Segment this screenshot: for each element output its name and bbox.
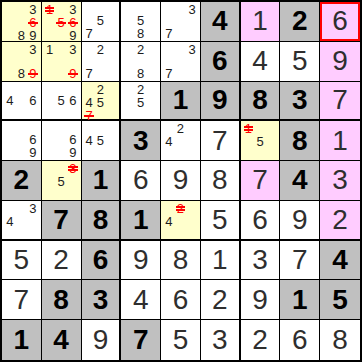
solved-digit: 5 xyxy=(292,47,308,75)
solved-digit: 6 xyxy=(292,326,308,354)
cell-r6c7[interactable]: 6 xyxy=(241,201,281,241)
cell-r7c9[interactable]: 4 xyxy=(320,241,360,281)
cell-r1c2[interactable]: 13569 xyxy=(42,2,82,42)
given-digit: 3 xyxy=(133,127,149,155)
cell-r7c6[interactable]: 1 xyxy=(201,241,241,281)
given-digit: 1 xyxy=(133,206,149,234)
cell-r1c9-selected[interactable]: 6 xyxy=(320,2,360,42)
pencil-mark-5-eliminated: 5 xyxy=(55,16,67,29)
solved-digit: 6 xyxy=(252,206,268,234)
pencil-marks: 46 xyxy=(4,83,39,119)
given-digit: 9 xyxy=(212,86,228,114)
solved-digit: 3 xyxy=(332,166,348,194)
pencil-marks: 69 xyxy=(4,122,39,159)
solved-digit: 4 xyxy=(252,47,268,75)
cell-r2c1[interactable]: 389 xyxy=(2,42,42,82)
cell-r2c6[interactable]: 6 xyxy=(201,42,241,82)
cell-r4c2[interactable]: 69 xyxy=(42,121,82,161)
cell-r7c2[interactable]: 2 xyxy=(42,241,82,281)
cell-r1c8[interactable]: 2 xyxy=(280,2,320,42)
pencil-mark-9: 9 xyxy=(27,146,39,159)
pencil-mark-3: 3 xyxy=(186,43,198,56)
pencil-mark-8: 8 xyxy=(135,67,147,80)
given-digit: 4 xyxy=(53,326,69,354)
cell-r1c6[interactable]: 4 xyxy=(201,2,241,42)
cell-r3c2[interactable]: 56 xyxy=(42,82,82,122)
cell-r8c3[interactable]: 3 xyxy=(82,280,122,320)
pencil-mark-9: 9 xyxy=(67,146,79,159)
pencil-mark-7: 7 xyxy=(84,67,95,80)
given-digit: 8 xyxy=(53,286,69,314)
pencil-mark-3-eliminated: 3 xyxy=(67,162,79,175)
given-digit: 3 xyxy=(292,86,308,114)
cell-r5c8[interactable]: 4 xyxy=(280,161,320,201)
solved-digit: 1 xyxy=(332,127,348,155)
pencil-marks: 3689 xyxy=(4,3,39,40)
given-digit: 5 xyxy=(332,286,348,314)
pencil-marks: 35 xyxy=(44,162,79,199)
cell-r7c1[interactable]: 5 xyxy=(2,241,42,281)
pencil-marks: 389 xyxy=(4,43,39,80)
cell-r9c2[interactable]: 4 xyxy=(42,320,82,360)
pencil-mark-8: 8 xyxy=(16,29,28,42)
solved-digit: 7 xyxy=(252,166,268,194)
cell-r5c7[interactable]: 7 xyxy=(241,161,281,201)
pencil-mark-7: 7 xyxy=(163,27,175,40)
cell-r1c7[interactable]: 1 xyxy=(241,2,281,42)
given-digit: 1 xyxy=(173,86,189,114)
pencil-marks: 25 xyxy=(123,83,158,119)
given-digit: 8 xyxy=(93,206,109,234)
pencil-mark-5: 5 xyxy=(55,175,67,188)
cell-r6c2[interactable]: 7 xyxy=(42,201,82,241)
cell-r2c8[interactable]: 5 xyxy=(280,42,320,82)
cell-r3c4[interactable]: 25 xyxy=(121,82,161,122)
pencil-mark-3: 3 xyxy=(67,43,79,56)
cell-r4c1[interactable]: 69 xyxy=(2,121,42,161)
pencil-mark-5: 5 xyxy=(95,134,106,147)
cell-r4c5[interactable]: 24 xyxy=(161,121,201,161)
cell-r7c4[interactable]: 9 xyxy=(121,241,161,281)
pencil-mark-2: 2 xyxy=(95,83,106,96)
cell-r5c9[interactable]: 3 xyxy=(320,161,360,201)
solved-digit: 9 xyxy=(173,166,189,194)
pencil-marks: 57 xyxy=(84,3,118,40)
pencil-mark-1-eliminated: 1 xyxy=(44,3,56,16)
pencil-mark-3: 3 xyxy=(186,3,198,16)
cell-r2c9[interactable]: 9 xyxy=(320,42,360,82)
cell-r3c5[interactable]: 1 xyxy=(161,82,201,122)
cell-r7c5[interactable]: 8 xyxy=(161,241,201,281)
solved-digit: 7 xyxy=(14,286,30,314)
cell-r8c5[interactable]: 6 xyxy=(161,280,201,320)
given-digit: 8 xyxy=(292,127,308,155)
solved-digit: 7 xyxy=(212,127,228,155)
pencil-marks: 2457 xyxy=(84,83,118,119)
given-digit: 4 xyxy=(332,246,348,274)
solved-digit: 1 xyxy=(212,246,228,274)
pencil-mark-7-eliminated: 7 xyxy=(84,109,95,122)
given-digit: 1 xyxy=(14,326,30,354)
pencil-mark-4: 4 xyxy=(84,134,95,147)
pencil-mark-9-eliminated: 9 xyxy=(27,67,39,80)
cell-r2c4[interactable]: 28 xyxy=(121,42,161,82)
cell-r6c3[interactable]: 8 xyxy=(82,201,122,241)
cell-r5c1[interactable]: 2 xyxy=(2,161,42,201)
cell-r9c4[interactable]: 7 xyxy=(121,320,161,360)
solved-digit: 6 xyxy=(173,286,189,314)
pencil-mark-4: 4 xyxy=(4,94,16,107)
pencil-mark-5: 5 xyxy=(254,135,266,148)
pencil-marks: 69 xyxy=(44,122,79,159)
solved-digit: 9 xyxy=(133,246,149,274)
cell-r8c7[interactable]: 9 xyxy=(241,280,281,320)
cell-r1c3[interactable]: 57 xyxy=(82,2,122,42)
pencil-mark-3: 3 xyxy=(27,202,39,215)
pencil-marks: 37 xyxy=(163,3,198,40)
pencil-mark-4: 4 xyxy=(84,96,95,109)
pencil-mark-4: 4 xyxy=(163,135,175,148)
cell-r6c6[interactable]: 5 xyxy=(201,201,241,241)
solved-digit: 5 xyxy=(173,326,189,354)
given-digit: 8 xyxy=(252,86,268,114)
cell-r6c5[interactable]: 24 xyxy=(161,201,201,241)
pencil-mark-5: 5 xyxy=(135,96,147,109)
cell-r1c5[interactable]: 37 xyxy=(161,2,201,42)
pencil-mark-2: 2 xyxy=(175,122,187,135)
cell-r8c4[interactable]: 4 xyxy=(121,280,161,320)
pencil-mark-7: 7 xyxy=(84,27,95,40)
pencil-mark-6: 6 xyxy=(67,94,79,107)
solved-digit: 6 xyxy=(332,7,348,35)
solved-digit: 8 xyxy=(212,166,228,194)
solved-digit: 2 xyxy=(53,246,69,274)
solved-digit: 4 xyxy=(133,286,149,314)
cell-r2c5[interactable]: 37 xyxy=(161,42,201,82)
cell-r5c6[interactable]: 8 xyxy=(201,161,241,201)
cell-r4c3[interactable]: 45 xyxy=(82,121,122,161)
given-digit: 4 xyxy=(212,7,228,35)
given-digit: 2 xyxy=(14,166,30,194)
pencil-marks: 58 xyxy=(123,3,158,40)
solved-digit: 5 xyxy=(14,246,30,274)
cell-r4c8[interactable]: 8 xyxy=(280,121,320,161)
cell-r4c7[interactable]: 15 xyxy=(241,121,281,161)
cell-r7c8[interactable]: 7 xyxy=(280,241,320,281)
given-digit: 1 xyxy=(93,166,109,194)
solved-digit: 8 xyxy=(332,326,348,354)
solved-digit: 6 xyxy=(133,166,149,194)
given-digit: 7 xyxy=(133,326,149,354)
pencil-marks: 28 xyxy=(123,43,158,80)
solved-digit: 9 xyxy=(252,286,268,314)
pencil-marks: 139 xyxy=(44,43,79,80)
sudoku-board: 3689135695758374126389139272837645946562… xyxy=(0,0,362,362)
pencil-mark-9-eliminated: 9 xyxy=(67,67,79,80)
solved-digit: 7 xyxy=(332,86,348,114)
pencil-marks: 37 xyxy=(163,43,198,80)
cell-r8c8[interactable]: 1 xyxy=(280,280,320,320)
pencil-marks: 24 xyxy=(163,202,198,238)
cell-r4c4[interactable]: 3 xyxy=(121,121,161,161)
cell-r7c3[interactable]: 6 xyxy=(82,241,122,281)
pencil-marks: 15 xyxy=(243,122,278,159)
cell-r3c6[interactable]: 9 xyxy=(201,82,241,122)
cell-r6c9[interactable]: 2 xyxy=(320,201,360,241)
pencil-mark-2-eliminated: 2 xyxy=(175,202,187,215)
pencil-mark-1-eliminated: 1 xyxy=(243,122,255,135)
cell-r5c2[interactable]: 35 xyxy=(42,161,82,201)
cell-r2c2[interactable]: 139 xyxy=(42,42,82,82)
cell-r7c7[interactable]: 3 xyxy=(241,241,281,281)
cell-r9c7[interactable]: 2 xyxy=(241,320,281,360)
pencil-mark-1: 1 xyxy=(44,43,56,56)
pencil-mark-5: 5 xyxy=(55,94,67,107)
pencil-mark-9: 9 xyxy=(27,29,39,42)
solved-digit: 9 xyxy=(292,206,308,234)
cell-r1c1[interactable]: 3689 xyxy=(2,2,42,42)
cell-r9c3[interactable]: 9 xyxy=(82,320,122,360)
solved-digit: 3 xyxy=(252,246,268,274)
cell-r3c3[interactable]: 2457 xyxy=(82,82,122,122)
solved-digit: 8 xyxy=(173,246,189,274)
pencil-mark-2: 2 xyxy=(135,43,147,56)
pencil-marks: 24 xyxy=(163,122,198,159)
cell-r4c6[interactable]: 7 xyxy=(201,121,241,161)
given-digit: 2 xyxy=(292,7,308,35)
solved-digit: 5 xyxy=(212,206,228,234)
pencil-mark-2: 2 xyxy=(95,43,106,56)
cell-r3c1[interactable]: 46 xyxy=(2,82,42,122)
cell-r8c6[interactable]: 2 xyxy=(201,280,241,320)
given-digit: 4 xyxy=(292,166,308,194)
given-digit: 3 xyxy=(93,286,109,314)
cell-r6c8[interactable]: 9 xyxy=(280,201,320,241)
pencil-mark-4: 4 xyxy=(4,215,16,228)
cell-r6c1[interactable]: 34 xyxy=(2,201,42,241)
solved-digit: 2 xyxy=(332,206,348,234)
cell-r6c4[interactable]: 1 xyxy=(121,201,161,241)
given-digit: 6 xyxy=(212,47,228,75)
pencil-marks: 27 xyxy=(84,43,118,80)
cell-r3c9[interactable]: 7 xyxy=(320,82,360,122)
cell-r3c8[interactable]: 3 xyxy=(280,82,320,122)
cell-r9c5[interactable]: 5 xyxy=(161,320,201,360)
solved-digit: 1 xyxy=(252,7,268,35)
given-digit: 7 xyxy=(53,206,69,234)
solved-digit: 9 xyxy=(332,47,348,75)
pencil-mark-4: 4 xyxy=(163,215,175,228)
cell-r5c3[interactable]: 1 xyxy=(82,161,122,201)
cell-r3c7[interactable]: 8 xyxy=(241,82,281,122)
cell-r9c1[interactable]: 1 xyxy=(2,320,42,360)
pencil-mark-3: 3 xyxy=(27,43,39,56)
cell-r4c9[interactable]: 1 xyxy=(320,121,360,161)
cell-r5c5[interactable]: 9 xyxy=(161,161,201,201)
solved-digit: 9 xyxy=(93,326,109,354)
given-digit: 6 xyxy=(93,246,109,274)
solved-digit: 2 xyxy=(252,326,268,354)
pencil-mark-5: 5 xyxy=(135,14,147,27)
pencil-marks: 13569 xyxy=(44,3,79,40)
cell-r9c8[interactable]: 6 xyxy=(280,320,320,360)
pencil-marks: 34 xyxy=(4,202,39,238)
cell-r1c4[interactable]: 58 xyxy=(121,2,161,42)
pencil-mark-5: 5 xyxy=(95,14,106,27)
pencil-mark-7: 7 xyxy=(163,67,175,80)
pencil-mark-5: 5 xyxy=(95,96,106,109)
pencil-mark-6: 6 xyxy=(27,94,39,107)
cell-r8c2[interactable]: 8 xyxy=(42,280,82,320)
pencil-mark-8: 8 xyxy=(16,67,28,80)
cell-r2c3[interactable]: 27 xyxy=(82,42,122,82)
cell-r9c9[interactable]: 8 xyxy=(320,320,360,360)
pencil-mark-2: 2 xyxy=(135,83,147,96)
cell-r9c6[interactable]: 3 xyxy=(201,320,241,360)
solved-digit: 7 xyxy=(292,246,308,274)
given-digit: 1 xyxy=(292,286,308,314)
pencil-marks: 45 xyxy=(84,122,118,159)
cell-r5c4[interactable]: 6 xyxy=(121,161,161,201)
cell-r2c7[interactable]: 4 xyxy=(241,42,281,82)
cell-r8c9[interactable]: 5 xyxy=(320,280,360,320)
pencil-mark-9: 9 xyxy=(67,29,79,42)
cell-r8c1[interactable]: 7 xyxy=(2,280,42,320)
solved-digit: 3 xyxy=(212,326,228,354)
pencil-marks: 56 xyxy=(44,83,79,119)
solved-digit: 2 xyxy=(212,286,228,314)
pencil-mark-8: 8 xyxy=(135,27,147,40)
